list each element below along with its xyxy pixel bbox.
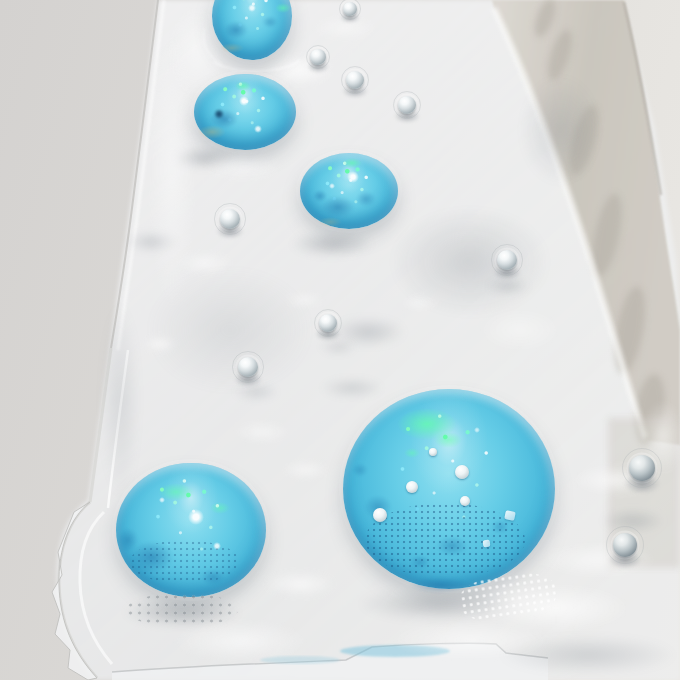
groove-blue-reflection-2 xyxy=(260,656,340,664)
groove-blue-reflection xyxy=(340,645,450,657)
resin-phone-case-photo xyxy=(0,0,680,680)
resin-case-outline xyxy=(0,0,680,680)
drip-band-fade xyxy=(608,418,680,568)
